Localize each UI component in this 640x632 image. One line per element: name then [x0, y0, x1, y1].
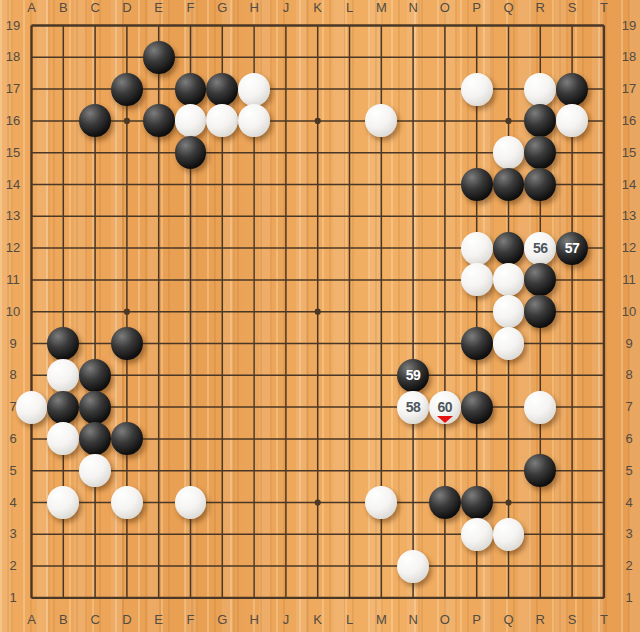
intersection-P13[interactable]	[461, 200, 493, 232]
intersection-H6[interactable]	[238, 423, 270, 455]
intersection-D5[interactable]	[111, 455, 143, 487]
intersection-O6[interactable]	[429, 423, 461, 455]
stone-white-P11[interactable]	[461, 263, 493, 296]
intersection-D13[interactable]	[111, 200, 143, 232]
intersection-Q12[interactable]	[493, 232, 525, 264]
intersection-C3[interactable]	[79, 518, 111, 550]
intersection-H13[interactable]	[238, 200, 270, 232]
intersection-E18[interactable]	[143, 41, 175, 73]
intersection-J19[interactable]	[270, 10, 302, 42]
intersection-Q1[interactable]	[493, 582, 525, 614]
intersection-D11[interactable]	[111, 264, 143, 296]
intersection-P5[interactable]	[461, 455, 493, 487]
intersection-T14[interactable]	[588, 169, 620, 201]
intersection-H8[interactable]	[238, 359, 270, 391]
intersection-J11[interactable]	[270, 264, 302, 296]
intersection-O5[interactable]	[429, 455, 461, 487]
intersection-N1[interactable]	[397, 582, 429, 614]
intersection-E8[interactable]	[143, 359, 175, 391]
intersection-E6[interactable]	[143, 423, 175, 455]
intersection-T2[interactable]	[588, 550, 620, 582]
stone-black-B9[interactable]	[47, 327, 79, 360]
stone-black-E18[interactable]	[143, 41, 175, 74]
intersection-G8[interactable]	[206, 359, 238, 391]
intersection-C16[interactable]	[79, 105, 111, 137]
intersection-N7[interactable]: 58	[397, 391, 429, 423]
intersection-M18[interactable]	[365, 41, 397, 73]
intersection-C13[interactable]	[79, 200, 111, 232]
intersection-N4[interactable]	[397, 487, 429, 519]
stone-white-H16[interactable]	[238, 104, 270, 137]
intersection-R14[interactable]	[524, 169, 556, 201]
intersection-G18[interactable]	[206, 41, 238, 73]
intersection-T4[interactable]	[588, 487, 620, 519]
intersection-O12[interactable]	[429, 232, 461, 264]
intersection-M8[interactable]	[365, 359, 397, 391]
intersection-J8[interactable]	[270, 359, 302, 391]
intersection-B4[interactable]	[47, 487, 79, 519]
intersection-S8[interactable]	[556, 359, 588, 391]
intersection-S3[interactable]	[556, 518, 588, 550]
intersection-A18[interactable]	[16, 41, 48, 73]
intersection-A1[interactable]	[16, 582, 48, 614]
intersection-K8[interactable]	[302, 359, 334, 391]
intersection-L9[interactable]	[334, 328, 366, 360]
intersection-T18[interactable]	[588, 41, 620, 73]
stone-white-S16[interactable]	[556, 104, 588, 137]
intersection-P16[interactable]	[461, 105, 493, 137]
intersection-N5[interactable]	[397, 455, 429, 487]
intersection-P12[interactable]	[461, 232, 493, 264]
intersection-D15[interactable]	[111, 137, 143, 169]
stone-white-M16[interactable]	[365, 104, 397, 137]
intersection-T11[interactable]	[588, 264, 620, 296]
intersection-J3[interactable]	[270, 518, 302, 550]
intersection-H4[interactable]	[238, 487, 270, 519]
stone-black-C7[interactable]	[79, 391, 111, 424]
intersection-N3[interactable]	[397, 518, 429, 550]
intersection-G17[interactable]	[206, 73, 238, 105]
stone-black-Q12[interactable]	[493, 232, 525, 265]
stone-black-P4[interactable]	[461, 486, 493, 519]
intersection-T3[interactable]	[588, 518, 620, 550]
intersection-J12[interactable]	[270, 232, 302, 264]
intersection-H19[interactable]	[238, 10, 270, 42]
intersection-G11[interactable]	[206, 264, 238, 296]
intersection-C15[interactable]	[79, 137, 111, 169]
intersection-S4[interactable]	[556, 487, 588, 519]
intersection-H12[interactable]	[238, 232, 270, 264]
stone-white-B8[interactable]	[47, 359, 79, 392]
intersection-N14[interactable]	[397, 169, 429, 201]
intersection-D8[interactable]	[111, 359, 143, 391]
intersection-N19[interactable]	[397, 10, 429, 42]
intersection-E12[interactable]	[143, 232, 175, 264]
intersection-R8[interactable]	[524, 359, 556, 391]
intersection-E16[interactable]	[143, 105, 175, 137]
intersection-F7[interactable]	[175, 391, 207, 423]
intersection-H5[interactable]	[238, 455, 270, 487]
intersection-O16[interactable]	[429, 105, 461, 137]
intersection-T5[interactable]	[588, 455, 620, 487]
intersection-H9[interactable]	[238, 328, 270, 360]
intersection-H14[interactable]	[238, 169, 270, 201]
stone-black-P7[interactable]	[461, 391, 493, 424]
intersection-A15[interactable]	[16, 137, 48, 169]
intersection-J10[interactable]	[270, 296, 302, 328]
stone-black-E16[interactable]	[143, 104, 175, 137]
intersection-F6[interactable]	[175, 423, 207, 455]
intersection-Q8[interactable]	[493, 359, 525, 391]
intersection-C10[interactable]	[79, 296, 111, 328]
intersection-E3[interactable]	[143, 518, 175, 550]
intersection-B10[interactable]	[47, 296, 79, 328]
intersection-D4[interactable]	[111, 487, 143, 519]
intersection-B15[interactable]	[47, 137, 79, 169]
intersection-F4[interactable]	[175, 487, 207, 519]
stone-white-H17[interactable]	[238, 73, 270, 106]
intersection-B7[interactable]	[47, 391, 79, 423]
intersection-C4[interactable]	[79, 487, 111, 519]
intersection-O18[interactable]	[429, 41, 461, 73]
intersection-E1[interactable]	[143, 582, 175, 614]
intersection-F2[interactable]	[175, 550, 207, 582]
intersection-E13[interactable]	[143, 200, 175, 232]
intersection-N18[interactable]	[397, 41, 429, 73]
intersection-D1[interactable]	[111, 582, 143, 614]
intersection-P1[interactable]	[461, 582, 493, 614]
intersection-K2[interactable]	[302, 550, 334, 582]
intersection-T8[interactable]	[588, 359, 620, 391]
intersection-B18[interactable]	[47, 41, 79, 73]
stone-white-R17[interactable]	[524, 73, 556, 106]
stone-black-G17[interactable]	[206, 73, 238, 106]
stone-white-Q11[interactable]	[493, 263, 525, 296]
intersection-G13[interactable]	[206, 200, 238, 232]
intersection-L13[interactable]	[334, 200, 366, 232]
intersection-H10[interactable]	[238, 296, 270, 328]
intersection-S14[interactable]	[556, 169, 588, 201]
intersection-G9[interactable]	[206, 328, 238, 360]
intersection-E4[interactable]	[143, 487, 175, 519]
intersection-K18[interactable]	[302, 41, 334, 73]
intersection-B9[interactable]	[47, 328, 79, 360]
stone-black-D17[interactable]	[111, 73, 143, 106]
intersection-A14[interactable]	[16, 169, 48, 201]
intersection-G12[interactable]	[206, 232, 238, 264]
intersection-J5[interactable]	[270, 455, 302, 487]
intersection-R7[interactable]	[524, 391, 556, 423]
intersection-C17[interactable]	[79, 73, 111, 105]
intersection-J18[interactable]	[270, 41, 302, 73]
intersection-S10[interactable]	[556, 296, 588, 328]
intersection-M5[interactable]	[365, 455, 397, 487]
intersection-M14[interactable]	[365, 169, 397, 201]
intersection-L7[interactable]	[334, 391, 366, 423]
stone-black-S17[interactable]	[556, 73, 588, 106]
intersection-L2[interactable]	[334, 550, 366, 582]
intersection-L4[interactable]	[334, 487, 366, 519]
intersection-M4[interactable]	[365, 487, 397, 519]
intersection-D16[interactable]	[111, 105, 143, 137]
intersection-O10[interactable]	[429, 296, 461, 328]
stone-white-Q10[interactable]	[493, 295, 525, 328]
stone-black-N8[interactable]: 59	[397, 359, 429, 392]
intersection-T17[interactable]	[588, 73, 620, 105]
intersection-K14[interactable]	[302, 169, 334, 201]
intersection-N10[interactable]	[397, 296, 429, 328]
intersection-H18[interactable]	[238, 41, 270, 73]
intersection-G15[interactable]	[206, 137, 238, 169]
intersection-S1[interactable]	[556, 582, 588, 614]
intersection-J14[interactable]	[270, 169, 302, 201]
intersection-F11[interactable]	[175, 264, 207, 296]
intersection-T9[interactable]	[588, 328, 620, 360]
intersection-F1[interactable]	[175, 582, 207, 614]
intersection-R13[interactable]	[524, 200, 556, 232]
intersection-G4[interactable]	[206, 487, 238, 519]
intersection-G10[interactable]	[206, 296, 238, 328]
intersection-J16[interactable]	[270, 105, 302, 137]
stone-white-Q9[interactable]	[493, 327, 525, 360]
intersection-R1[interactable]	[524, 582, 556, 614]
intersection-M2[interactable]	[365, 550, 397, 582]
intersection-C7[interactable]	[79, 391, 111, 423]
intersection-K1[interactable]	[302, 582, 334, 614]
intersection-D6[interactable]	[111, 423, 143, 455]
intersection-F3[interactable]	[175, 518, 207, 550]
intersection-R6[interactable]	[524, 423, 556, 455]
intersection-O1[interactable]	[429, 582, 461, 614]
intersection-K13[interactable]	[302, 200, 334, 232]
intersection-M15[interactable]	[365, 137, 397, 169]
intersection-F8[interactable]	[175, 359, 207, 391]
intersection-Q11[interactable]	[493, 264, 525, 296]
intersection-G7[interactable]	[206, 391, 238, 423]
intersection-B1[interactable]	[47, 582, 79, 614]
intersection-R15[interactable]	[524, 137, 556, 169]
intersection-A7[interactable]	[16, 391, 48, 423]
intersection-D14[interactable]	[111, 169, 143, 201]
intersection-E9[interactable]	[143, 328, 175, 360]
intersection-Q4[interactable]	[493, 487, 525, 519]
intersection-R10[interactable]	[524, 296, 556, 328]
stone-black-R16[interactable]	[524, 104, 556, 137]
intersection-H3[interactable]	[238, 518, 270, 550]
stone-white-P17[interactable]	[461, 73, 493, 106]
intersection-D7[interactable]	[111, 391, 143, 423]
intersection-S11[interactable]	[556, 264, 588, 296]
intersection-C5[interactable]	[79, 455, 111, 487]
intersection-L16[interactable]	[334, 105, 366, 137]
intersection-N9[interactable]	[397, 328, 429, 360]
stone-black-R10[interactable]	[524, 295, 556, 328]
intersection-P4[interactable]	[461, 487, 493, 519]
intersection-M17[interactable]	[365, 73, 397, 105]
intersection-O19[interactable]	[429, 10, 461, 42]
intersection-N11[interactable]	[397, 264, 429, 296]
stone-white-R12[interactable]: 56	[524, 232, 556, 265]
intersection-R12[interactable]: 56	[524, 232, 556, 264]
intersection-P14[interactable]	[461, 169, 493, 201]
intersection-O9[interactable]	[429, 328, 461, 360]
intersection-T19[interactable]	[588, 10, 620, 42]
intersection-F14[interactable]	[175, 169, 207, 201]
intersection-J13[interactable]	[270, 200, 302, 232]
intersection-L6[interactable]	[334, 423, 366, 455]
stone-black-D6[interactable]	[111, 422, 143, 455]
intersection-L11[interactable]	[334, 264, 366, 296]
intersection-P6[interactable]	[461, 423, 493, 455]
intersection-A17[interactable]	[16, 73, 48, 105]
intersection-L3[interactable]	[334, 518, 366, 550]
intersection-L5[interactable]	[334, 455, 366, 487]
intersection-K17[interactable]	[302, 73, 334, 105]
stone-black-R15[interactable]	[524, 136, 556, 169]
intersection-Q15[interactable]	[493, 137, 525, 169]
intersection-F19[interactable]	[175, 10, 207, 42]
intersection-D17[interactable]	[111, 73, 143, 105]
intersection-R19[interactable]	[524, 10, 556, 42]
intersection-P3[interactable]	[461, 518, 493, 550]
stone-white-G16[interactable]	[206, 104, 238, 137]
intersection-A8[interactable]	[16, 359, 48, 391]
intersection-J6[interactable]	[270, 423, 302, 455]
intersection-L8[interactable]	[334, 359, 366, 391]
stone-white-F4[interactable]	[175, 486, 207, 519]
intersection-T13[interactable]	[588, 200, 620, 232]
intersection-P15[interactable]	[461, 137, 493, 169]
stone-white-C5[interactable]	[79, 454, 111, 487]
stone-white-Q3[interactable]	[493, 518, 525, 551]
intersection-M1[interactable]	[365, 582, 397, 614]
intersection-T10[interactable]	[588, 296, 620, 328]
intersection-S16[interactable]	[556, 105, 588, 137]
intersection-K19[interactable]	[302, 10, 334, 42]
stone-black-R14[interactable]	[524, 168, 556, 201]
intersection-P10[interactable]	[461, 296, 493, 328]
intersection-O2[interactable]	[429, 550, 461, 582]
intersection-O14[interactable]	[429, 169, 461, 201]
intersection-M9[interactable]	[365, 328, 397, 360]
intersection-S12[interactable]: 57	[556, 232, 588, 264]
intersection-N12[interactable]	[397, 232, 429, 264]
intersection-H17[interactable]	[238, 73, 270, 105]
intersection-L17[interactable]	[334, 73, 366, 105]
intersection-P17[interactable]	[461, 73, 493, 105]
intersection-Q2[interactable]	[493, 550, 525, 582]
intersection-O4[interactable]	[429, 487, 461, 519]
stone-black-P9[interactable]	[461, 327, 493, 360]
intersection-B11[interactable]	[47, 264, 79, 296]
intersection-R4[interactable]	[524, 487, 556, 519]
intersection-B16[interactable]	[47, 105, 79, 137]
intersection-F17[interactable]	[175, 73, 207, 105]
stone-white-D4[interactable]	[111, 486, 143, 519]
intersection-R11[interactable]	[524, 264, 556, 296]
intersection-S19[interactable]	[556, 10, 588, 42]
intersection-F16[interactable]	[175, 105, 207, 137]
intersection-H7[interactable]	[238, 391, 270, 423]
intersection-A13[interactable]	[16, 200, 48, 232]
intersection-M10[interactable]	[365, 296, 397, 328]
intersection-B5[interactable]	[47, 455, 79, 487]
intersection-F12[interactable]	[175, 232, 207, 264]
stone-black-F17[interactable]	[175, 73, 207, 106]
intersection-M7[interactable]	[365, 391, 397, 423]
intersection-P8[interactable]	[461, 359, 493, 391]
stone-black-B7[interactable]	[47, 391, 79, 424]
intersection-C18[interactable]	[79, 41, 111, 73]
stone-black-R5[interactable]	[524, 454, 556, 487]
intersection-F15[interactable]	[175, 137, 207, 169]
intersection-K7[interactable]	[302, 391, 334, 423]
intersection-M13[interactable]	[365, 200, 397, 232]
intersection-T1[interactable]	[588, 582, 620, 614]
stone-white-Q15[interactable]	[493, 136, 525, 169]
intersection-N8[interactable]: 59	[397, 359, 429, 391]
intersection-E7[interactable]	[143, 391, 175, 423]
stone-black-P14[interactable]	[461, 168, 493, 201]
intersection-P19[interactable]	[461, 10, 493, 42]
intersection-L10[interactable]	[334, 296, 366, 328]
stone-white-B6[interactable]	[47, 422, 79, 455]
intersection-D19[interactable]	[111, 10, 143, 42]
intersection-S7[interactable]	[556, 391, 588, 423]
intersection-M16[interactable]	[365, 105, 397, 137]
intersection-J17[interactable]	[270, 73, 302, 105]
stone-black-C6[interactable]	[79, 422, 111, 455]
intersection-M12[interactable]	[365, 232, 397, 264]
intersection-E19[interactable]	[143, 10, 175, 42]
intersection-K9[interactable]	[302, 328, 334, 360]
intersection-S6[interactable]	[556, 423, 588, 455]
intersection-A19[interactable]	[16, 10, 48, 42]
stone-black-S12[interactable]: 57	[556, 232, 588, 265]
stone-white-P3[interactable]	[461, 518, 493, 551]
intersection-G19[interactable]	[206, 10, 238, 42]
intersection-R3[interactable]	[524, 518, 556, 550]
intersection-F5[interactable]	[175, 455, 207, 487]
intersection-D18[interactable]	[111, 41, 143, 73]
intersection-P9[interactable]	[461, 328, 493, 360]
intersection-B13[interactable]	[47, 200, 79, 232]
stone-white-N2[interactable]	[397, 550, 429, 583]
intersection-J15[interactable]	[270, 137, 302, 169]
stone-black-C8[interactable]	[79, 359, 111, 392]
intersection-L19[interactable]	[334, 10, 366, 42]
intersection-K15[interactable]	[302, 137, 334, 169]
intersection-E14[interactable]	[143, 169, 175, 201]
intersection-B6[interactable]	[47, 423, 79, 455]
intersection-F13[interactable]	[175, 200, 207, 232]
intersection-E2[interactable]	[143, 550, 175, 582]
intersection-D12[interactable]	[111, 232, 143, 264]
intersection-Q10[interactable]	[493, 296, 525, 328]
intersection-K11[interactable]	[302, 264, 334, 296]
intersection-M19[interactable]	[365, 10, 397, 42]
intersection-G5[interactable]	[206, 455, 238, 487]
intersection-J2[interactable]	[270, 550, 302, 582]
intersection-K10[interactable]	[302, 296, 334, 328]
intersection-K5[interactable]	[302, 455, 334, 487]
stone-white-M4[interactable]	[365, 486, 397, 519]
intersection-M11[interactable]	[365, 264, 397, 296]
intersection-S2[interactable]	[556, 550, 588, 582]
intersection-E11[interactable]	[143, 264, 175, 296]
intersection-J9[interactable]	[270, 328, 302, 360]
intersection-A12[interactable]	[16, 232, 48, 264]
